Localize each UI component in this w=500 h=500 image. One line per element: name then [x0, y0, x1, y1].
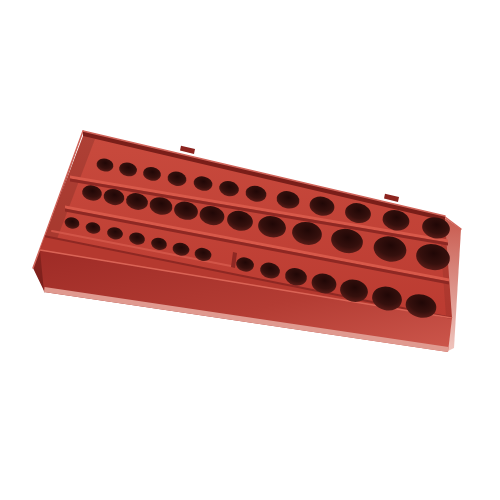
- hinge-tab-left: [180, 146, 195, 154]
- hinge-tab-right: [384, 194, 399, 202]
- photo-background: [0, 0, 500, 500]
- socket-tray-photo: [0, 0, 500, 500]
